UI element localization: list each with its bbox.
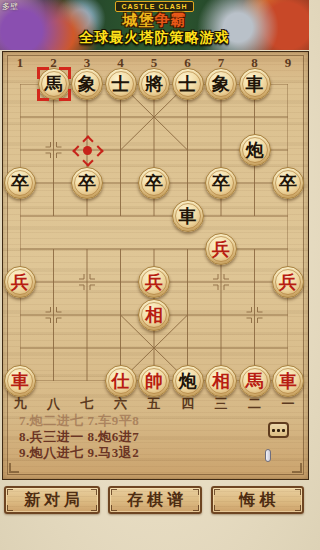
board-point-2-1[interactable]: 馬 [37,68,71,101]
save-record-button[interactable]: 存棋谱 [108,486,202,514]
castle-clash-chinese-logo: 城堡争霸 [123,12,187,29]
piece-glyph: 象 [212,75,230,93]
ad-tagline: 全球最火塔防策略游戏 [80,29,230,46]
board-point-7-1[interactable]: 象 [204,68,238,101]
piece-glyph: 兵 [145,273,163,291]
board-point-5-8[interactable]: 相 [137,299,171,332]
piece-glyph: 車 [279,372,297,390]
black-piece-卒[interactable]: 卒 [205,167,237,199]
black-piece-卒[interactable]: 卒 [4,167,36,199]
board-point-8-10[interactable]: 馬 [238,365,272,398]
ad-banner[interactable]: CASTLE CLASH 城堡争霸 全球最火塔防策略游戏 多壁 [0,0,309,50]
board-point-3-4[interactable]: 卒 [70,167,104,200]
piece-glyph: 兵 [212,240,230,258]
move-list: 7.炮二进七 7.车9平88.兵三进一 8.炮6进79.炮八进七 9.马3退2 [19,413,259,461]
piece-glyph: 卒 [11,174,29,192]
board-point-5-7[interactable]: 兵 [137,266,171,299]
board-point-8-1[interactable]: 車 [238,68,272,101]
file-label-bottom-3: 七 [81,396,94,412]
dot [277,429,280,432]
piece-glyph: 馬 [45,75,63,93]
black-piece-象[interactable]: 象 [205,68,237,100]
piece-glyph: 象 [78,75,96,93]
piece-glyph: 士 [112,75,130,93]
file-label-bottom-5: 五 [148,396,161,412]
xiangqi-board[interactable]: 馬象士將士象車炮卒卒卒卒卒車兵兵兵兵相車仕帥炮相馬車 [3,68,305,398]
board-point-5-10[interactable]: 帥 [137,365,171,398]
piece-glyph: 相 [145,306,163,324]
board-point-7-10[interactable]: 相 [204,365,238,398]
piece-glyph: 卒 [78,174,96,192]
piece-glyph: 兵 [11,273,29,291]
move-list-more-button[interactable] [268,422,289,438]
black-piece-卒[interactable]: 卒 [138,167,170,199]
new-game-label: 新对局 [20,490,84,511]
board-point-9-7[interactable]: 兵 [271,266,305,299]
new-game-button[interactable]: 新对局 [4,486,100,514]
board-point-1-7[interactable]: 兵 [3,266,37,299]
board-point-9-4[interactable]: 卒 [271,167,305,200]
piece-glyph: 帥 [145,372,163,390]
board-point-5-1[interactable]: 將 [137,68,171,101]
red-piece-兵[interactable]: 兵 [272,266,304,298]
piece-glyph: 兵 [279,273,297,291]
black-piece-士[interactable]: 士 [105,68,137,100]
board-point-3-1[interactable]: 象 [70,68,104,101]
board-point-1-10[interactable]: 車 [3,365,37,398]
move-list-scrollbar[interactable] [265,449,271,462]
red-piece-馬[interactable]: 馬 [239,365,271,397]
undo-move-label: 悔棋 [236,490,280,511]
file-label-bottom-6: 四 [181,396,194,412]
board-point-7-4[interactable]: 卒 [204,167,238,200]
xiangqi-board-panel: 123456789 九八七六五四三二一 馬象士將士象車炮卒卒卒卒卒車兵兵兵兵相車… [2,51,309,480]
board-point-6-1[interactable]: 士 [171,68,205,101]
castle-clash-logo-text: CASTLE CLASH [115,1,193,12]
piece-glyph: 仕 [112,372,130,390]
black-piece-象[interactable]: 象 [71,68,103,100]
piece-glyph: 卒 [212,174,230,192]
move-row-3: 9.炮八进七 9.马3退2 [19,445,259,461]
file-label-bottom-9: 一 [282,396,295,412]
file-label-bottom-2: 八 [47,396,60,412]
undo-move-button[interactable]: 悔棋 [211,486,304,514]
black-piece-將[interactable]: 將 [138,68,170,100]
file-label-bottom-7: 三 [215,396,228,412]
ad-banner-content: CASTLE CLASH 城堡争霸 全球最火塔防策略游戏 [0,0,309,50]
piece-glyph: 炮 [246,141,264,159]
black-piece-炮[interactable]: 炮 [239,134,271,166]
board-point-3-3[interactable] [70,134,104,167]
red-piece-相[interactable]: 相 [138,299,170,331]
board-point-4-1[interactable]: 士 [104,68,138,101]
piece-glyph: 相 [212,372,230,390]
board-point-8-3[interactable]: 炮 [238,134,272,167]
piece-glyph: 卒 [279,174,297,192]
red-file-labels: 九八七六五四三二一 [3,396,308,412]
black-piece-車[interactable]: 車 [239,68,271,100]
piece-glyph: 車 [179,207,197,225]
red-piece-相[interactable]: 相 [205,365,237,397]
red-piece-兵[interactable]: 兵 [138,266,170,298]
board-point-4-10[interactable]: 仕 [104,365,138,398]
black-piece-馬[interactable]: 馬 [38,68,70,100]
save-record-label: 存棋谱 [123,490,187,511]
piece-glyph: 將 [145,75,163,93]
move-row-1: 7.炮二进七 7.车9平8 [19,413,259,429]
red-piece-兵[interactable]: 兵 [205,233,237,265]
ad-watermark: 多壁 [2,1,18,12]
move-row-2: 8.兵三进一 8.炮6进7 [19,429,259,445]
board-point-6-10[interactable]: 炮 [171,365,205,398]
black-piece-卒[interactable]: 卒 [71,167,103,199]
dot [282,429,285,432]
black-piece-卒[interactable]: 卒 [272,167,304,199]
piece-glyph: 車 [11,372,29,390]
file-label-bottom-1: 九 [14,396,27,412]
black-piece-車[interactable]: 車 [172,200,204,232]
board-point-5-4[interactable]: 卒 [137,167,171,200]
panel-corner-ornament [292,463,302,473]
file-label-bottom-4: 六 [114,396,127,412]
board-point-9-10[interactable]: 車 [271,365,305,398]
board-point-6-5[interactable]: 車 [171,200,205,233]
dot [272,429,275,432]
red-piece-車[interactable]: 車 [272,365,304,397]
piece-glyph: 卒 [145,174,163,192]
piece-glyph: 車 [246,75,264,93]
red-piece-仕[interactable]: 仕 [105,365,137,397]
piece-glyph: 士 [179,75,197,93]
black-piece-炮[interactable]: 炮 [172,365,204,397]
red-piece-兵[interactable]: 兵 [4,266,36,298]
file-label-bottom-8: 二 [248,396,261,412]
piece-glyph: 馬 [246,372,264,390]
board-point-7-6[interactable]: 兵 [204,233,238,266]
black-piece-士[interactable]: 士 [172,68,204,100]
piece-glyph: 炮 [179,372,197,390]
board-point-1-4[interactable]: 卒 [3,167,37,200]
red-piece-車[interactable]: 車 [4,365,36,397]
panel-corner-ornament [9,463,19,473]
red-piece-帥[interactable]: 帥 [138,365,170,397]
